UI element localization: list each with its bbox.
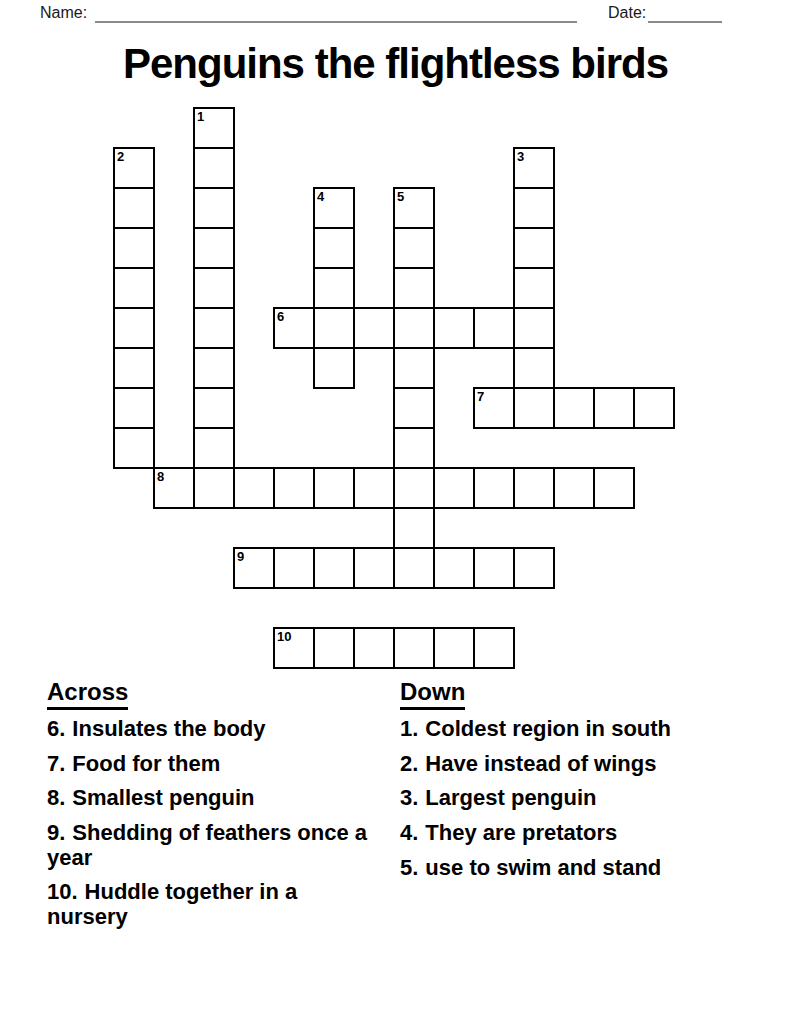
clue-number: 1.	[400, 716, 418, 741]
clue-across-9: 9.Shedding of feathers once a year	[47, 821, 383, 870]
grid-cell-r9c8[interactable]	[433, 467, 475, 509]
grid-cell-r4c10[interactable]	[513, 267, 555, 309]
grid-cell-r11c9[interactable]	[473, 547, 515, 589]
clue-text: Largest penguin	[425, 785, 596, 810]
grid-cell-r2c2[interactable]	[193, 187, 235, 229]
grid-cell-r3c0[interactable]	[113, 227, 155, 269]
down-clues-section: Down 1.Coldest region in south 2.Have in…	[400, 678, 736, 890]
down-heading: Down	[400, 678, 465, 710]
grid-cell-r9c7[interactable]	[393, 467, 435, 509]
grid-cell-r6c10[interactable]	[513, 347, 555, 389]
cell-number-3: 3	[517, 150, 524, 163]
grid-cell-r3c2[interactable]	[193, 227, 235, 269]
grid-cell-r8c7[interactable]	[393, 427, 435, 469]
clue-text: Smallest penguin	[72, 785, 254, 810]
grid-cell-r4c5[interactable]	[313, 267, 355, 309]
cell-number-9: 9	[237, 550, 244, 563]
grid-cell-r3c5[interactable]	[313, 227, 355, 269]
clue-text: use to swim and stand	[425, 855, 661, 880]
clue-number: 3.	[400, 785, 418, 810]
grid-cell-r2c10[interactable]	[513, 187, 555, 229]
clue-text: Huddle together in a nursery	[47, 879, 297, 929]
grid-cell-r8c2[interactable]	[193, 427, 235, 469]
grid-cell-r5c6[interactable]	[353, 307, 395, 349]
clue-text: Shedding of feathers once a year	[47, 820, 367, 870]
name-blank-line	[95, 5, 577, 23]
clue-down-3: 3.Largest penguin	[400, 786, 736, 811]
worksheet-page: Name: Date: Penguins the flightless bird…	[0, 0, 791, 1024]
page-title: Penguins the flightless birds	[0, 40, 791, 88]
grid-cell-r11c10[interactable]	[513, 547, 555, 589]
grid-cell-r13c8[interactable]	[433, 627, 475, 669]
grid-cell-r9c9[interactable]	[473, 467, 515, 509]
grid-cell-r9c4[interactable]	[273, 467, 315, 509]
grid-cell-r5c7[interactable]	[393, 307, 435, 349]
grid-cell-r5c2[interactable]	[193, 307, 235, 349]
clue-number: 7.	[47, 751, 65, 776]
grid-cell-r5c9[interactable]	[473, 307, 515, 349]
grid-cell-r9c2[interactable]	[193, 467, 235, 509]
grid-cell-r3c7[interactable]	[393, 227, 435, 269]
clue-across-7: 7.Food for them	[47, 752, 383, 777]
cell-number-6: 6	[277, 310, 284, 323]
grid-cell-r7c7[interactable]	[393, 387, 435, 429]
grid-cell-r6c7[interactable]	[393, 347, 435, 389]
cell-number-4: 4	[317, 190, 324, 203]
clue-number: 4.	[400, 820, 418, 845]
grid-cell-r10c7[interactable]	[393, 507, 435, 549]
clue-text: Food for them	[72, 751, 220, 776]
grid-cell-r9c10[interactable]	[513, 467, 555, 509]
grid-cell-r9c6[interactable]	[353, 467, 395, 509]
grid-cell-r13c6[interactable]	[353, 627, 395, 669]
across-clues-section: Across 6.Insulates the body 7.Food for t…	[47, 678, 383, 939]
clue-text: Have instead of wings	[425, 751, 656, 776]
grid-cell-r9c3[interactable]	[233, 467, 275, 509]
grid-cell-r7c2[interactable]	[193, 387, 235, 429]
grid-cell-r7c10[interactable]	[513, 387, 555, 429]
clue-down-2: 2.Have instead of wings	[400, 752, 736, 777]
date-blank-line	[648, 5, 722, 23]
grid-cell-r13c7[interactable]	[393, 627, 435, 669]
grid-cell-r7c0[interactable]	[113, 387, 155, 429]
grid-cell-r7c13[interactable]	[633, 387, 675, 429]
cell-number-7: 7	[477, 390, 484, 403]
cell-number-10: 10	[277, 630, 291, 643]
name-label: Name:	[40, 4, 87, 22]
date-label: Date:	[608, 4, 646, 22]
clue-down-1: 1.Coldest region in south	[400, 717, 736, 742]
grid-cell-r6c2[interactable]	[193, 347, 235, 389]
grid-cell-r13c5[interactable]	[313, 627, 355, 669]
clue-text: Coldest region in south	[425, 716, 671, 741]
grid-cell-r1c2[interactable]	[193, 147, 235, 189]
clue-number: 9.	[47, 820, 65, 845]
crossword-grid: 12345678910	[113, 107, 677, 671]
clue-across-6: 6.Insulates the body	[47, 717, 383, 742]
clue-across-8: 8.Smallest penguin	[47, 786, 383, 811]
clue-number: 10.	[47, 879, 78, 904]
cell-number-8: 8	[157, 470, 164, 483]
clue-number: 6.	[47, 716, 65, 741]
grid-cell-r4c7[interactable]	[393, 267, 435, 309]
grid-cell-r11c6[interactable]	[353, 547, 395, 589]
grid-cell-r5c8[interactable]	[433, 307, 475, 349]
clue-down-4: 4.They are pretators	[400, 821, 736, 846]
cell-number-5: 5	[397, 190, 404, 203]
grid-cell-r9c12[interactable]	[593, 467, 635, 509]
grid-cell-r9c11[interactable]	[553, 467, 595, 509]
grid-cell-r3c10[interactable]	[513, 227, 555, 269]
clue-number: 2.	[400, 751, 418, 776]
grid-cell-r5c10[interactable]	[513, 307, 555, 349]
clue-text: Insulates the body	[72, 716, 265, 741]
clue-down-5: 5.use to swim and stand	[400, 856, 736, 881]
cell-number-1: 1	[197, 110, 204, 123]
grid-cell-r6c0[interactable]	[113, 347, 155, 389]
grid-cell-r11c4[interactable]	[273, 547, 315, 589]
grid-cell-r8c0[interactable]	[113, 427, 155, 469]
across-heading: Across	[47, 678, 128, 710]
grid-cell-r6c5[interactable]	[313, 347, 355, 389]
grid-cell-r9c5[interactable]	[313, 467, 355, 509]
grid-cell-r5c0[interactable]	[113, 307, 155, 349]
grid-cell-r7c12[interactable]	[593, 387, 635, 429]
clue-number: 8.	[47, 785, 65, 810]
clue-across-10: 10.Huddle together in a nursery	[47, 880, 383, 929]
grid-cell-r7c11[interactable]	[553, 387, 595, 429]
grid-cell-r13c9[interactable]	[473, 627, 515, 669]
grid-cell-r11c7[interactable]	[393, 547, 435, 589]
clue-text: They are pretators	[425, 820, 617, 845]
clue-number: 5.	[400, 855, 418, 880]
grid-cell-r4c2[interactable]	[193, 267, 235, 309]
grid-cell-r5c5[interactable]	[313, 307, 355, 349]
cell-number-2: 2	[117, 150, 124, 163]
grid-cell-r11c5[interactable]	[313, 547, 355, 589]
grid-cell-r4c0[interactable]	[113, 267, 155, 309]
grid-cell-r2c0[interactable]	[113, 187, 155, 229]
grid-cell-r11c8[interactable]	[433, 547, 475, 589]
